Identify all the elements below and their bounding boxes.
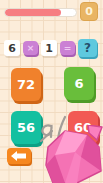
option-tile-6[interactable]: 6 (64, 67, 94, 100)
progress-fill (5, 9, 61, 16)
progress-bar (4, 8, 77, 17)
back-arrow-icon (10, 150, 28, 162)
equals-operator-tile: = (60, 41, 75, 55)
multiply-operator-tile: × (23, 41, 38, 55)
equation-operand-1: 6 (4, 40, 20, 56)
option-tile-56[interactable]: 56 (11, 111, 41, 144)
equation-operand-2: 1 (41, 40, 57, 56)
score-badge: 0 (80, 2, 98, 21)
back-button[interactable] (7, 148, 31, 164)
game-screen: 0 6 × 1 = ? 72 6 56 60 (0, 0, 103, 183)
unknown-answer-tile[interactable]: ? (78, 39, 97, 57)
option-tile-72[interactable]: 72 (11, 68, 41, 101)
crumpled-paper (45, 125, 103, 183)
